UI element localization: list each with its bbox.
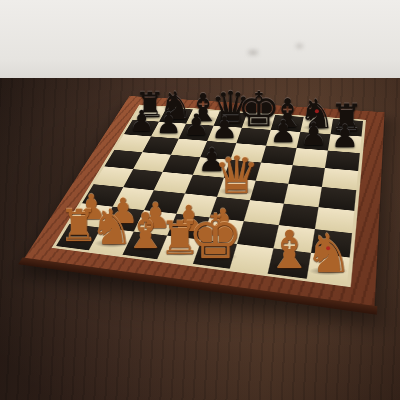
black-pawn-a7[interactable]: ♟: [129, 107, 155, 136]
white-knight-h1[interactable]: ♞: [305, 228, 353, 281]
white-king-e1[interactable]: ♚: [187, 206, 243, 268]
black-pawn-d7[interactable]: ♟: [211, 113, 238, 143]
chess-photo-scene: ♜♞♝♛♚♝♞♜♟♟♟♟♟♟♟♟♛♟♟♟♟♟♜♞♝♜♚♝♞: [0, 0, 400, 400]
black-pawn-h7[interactable]: ♟: [331, 121, 359, 152]
black-pawn-g7[interactable]: ♟: [300, 119, 328, 150]
wall-smudge: [248, 50, 258, 55]
black-pawn-b7[interactable]: ♟: [156, 109, 182, 138]
black-pawn-f7[interactable]: ♟: [270, 117, 297, 148]
black-pawn-c7[interactable]: ♟: [183, 111, 210, 141]
background-wall: [0, 0, 400, 86]
white-queen-e4[interactable]: ♛: [214, 149, 260, 200]
wall-smudge: [296, 44, 303, 48]
kingside-red-crown-stamp: [315, 109, 319, 113]
kingside-red-crown-stamp: [326, 246, 330, 250]
